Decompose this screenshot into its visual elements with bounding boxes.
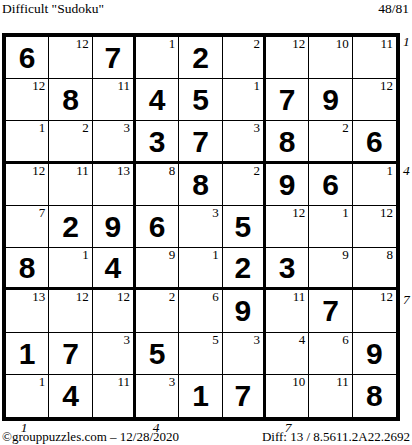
cell-value: 5 <box>149 339 166 369</box>
cell-r3c7[interactable]: 8 <box>266 121 309 163</box>
cell-value: 5 <box>234 212 251 242</box>
pencil-mark: 12 <box>292 37 305 51</box>
cell-value: 2 <box>234 253 251 283</box>
difficulty-code: Diff: 13 / 8.5611.2A22.2692 <box>262 429 410 445</box>
cell-r5c4[interactable]: 6 <box>136 206 179 248</box>
pencil-mark: 1 <box>39 375 46 389</box>
pencil-mark: 10 <box>292 375 305 389</box>
pencil-mark: 1 <box>253 79 260 93</box>
cell-r8c5[interactable]: 5 <box>179 333 222 375</box>
pencil-mark: 13 <box>32 290 45 304</box>
cell-r8c1[interactable]: 1 <box>6 333 49 375</box>
cell-r8c4[interactable]: 5 <box>136 333 179 375</box>
cell-r6c2[interactable]: 1 <box>49 248 92 290</box>
pencil-mark: 12 <box>32 164 45 178</box>
pencil-mark: 12 <box>76 37 89 51</box>
cell-r2c6[interactable]: 1 <box>223 79 266 121</box>
cell-r6c7[interactable]: 3 <box>266 248 309 290</box>
cell-r7c3[interactable]: 12 <box>93 290 136 332</box>
pencil-mark: 2 <box>169 290 176 304</box>
cell-r9c2[interactable]: 4 <box>49 375 92 417</box>
cell-r4c2[interactable]: 11 <box>49 164 92 206</box>
cell-r7c2[interactable]: 12 <box>49 290 92 332</box>
cell-r7c5[interactable]: 6 <box>179 290 222 332</box>
cell-r9c3[interactable]: 11 <box>93 375 136 417</box>
cell-value: 7 <box>234 381 251 411</box>
cell-r3c6[interactable]: 3 <box>223 121 266 163</box>
cell-r3c4[interactable]: 3 <box>136 121 179 163</box>
cell-r4c1[interactable]: 12 <box>6 164 49 206</box>
cell-r6c4[interactable]: 9 <box>136 248 179 290</box>
cell-r6c3[interactable]: 4 <box>93 248 136 290</box>
cell-r4c9[interactable]: 1 <box>353 164 396 206</box>
cell-value: 6 <box>149 212 166 242</box>
pencil-mark: 1 <box>39 121 46 135</box>
cell-value: 1 <box>19 339 36 369</box>
pencil-mark: 10 <box>336 37 349 51</box>
cell-value: 2 <box>62 212 79 242</box>
pencil-mark: 11 <box>336 375 349 389</box>
cell-r6c8[interactable]: 9 <box>309 248 352 290</box>
cell-value: 8 <box>192 170 209 200</box>
cell-r3c9[interactable]: 6 <box>353 121 396 163</box>
cell-value: 7 <box>322 296 339 326</box>
row-label-1: 1 <box>403 35 410 49</box>
cell-r5c5[interactable]: 3 <box>179 206 222 248</box>
pencil-mark: 6 <box>342 333 349 347</box>
cell-value: 4 <box>62 381 79 411</box>
cell-value: 9 <box>234 296 251 326</box>
cell-r2c9[interactable]: 12 <box>353 79 396 121</box>
pencil-mark: 3 <box>253 333 260 347</box>
pencil-mark: 1 <box>386 164 393 178</box>
cell-r9c7[interactable]: 10 <box>266 375 309 417</box>
cell-r1c5[interactable]: 2 <box>179 37 222 79</box>
cell-r9c5[interactable]: 1 <box>179 375 222 417</box>
cell-value: 8 <box>279 127 296 157</box>
pencil-mark: 12 <box>32 79 45 93</box>
cell-r2c8[interactable]: 9 <box>309 79 352 121</box>
cell-value: 7 <box>62 339 79 369</box>
cell-r5c3[interactable]: 9 <box>93 206 136 248</box>
pencil-mark: 12 <box>117 290 130 304</box>
cell-r5c8[interactable]: 1 <box>309 206 352 248</box>
cell-value: 2 <box>192 43 209 73</box>
pencil-mark: 3 <box>253 121 260 135</box>
pencil-mark: 8 <box>386 248 393 262</box>
pencil-mark: 13 <box>117 164 130 178</box>
cell-r2c5[interactable]: 5 <box>179 79 222 121</box>
pencil-mark: 3 <box>212 206 219 220</box>
cell-value: 5 <box>192 85 209 115</box>
row-label-4: 4 <box>403 164 410 178</box>
cell-r6c5[interactable]: 1 <box>179 248 222 290</box>
pencil-mark: 11 <box>76 164 89 178</box>
cell-r9c9[interactable]: 8 <box>353 375 396 417</box>
cell-value: 3 <box>279 253 296 283</box>
cell-r4c6[interactable]: 2 <box>223 164 266 206</box>
cell-value: 8 <box>62 85 79 115</box>
cell-value: 7 <box>104 43 121 73</box>
cell-r4c3[interactable]: 13 <box>93 164 136 206</box>
cell-r9c8[interactable]: 11 <box>309 375 352 417</box>
pencil-mark: 2 <box>253 37 260 51</box>
cell-r7c4[interactable]: 2 <box>136 290 179 332</box>
cell-r6c9[interactable]: 8 <box>353 248 396 290</box>
cell-r9c6[interactable]: 7 <box>223 375 266 417</box>
cell-r8c9[interactable]: 9 <box>353 333 396 375</box>
cell-r2c7[interactable]: 7 <box>266 79 309 121</box>
cell-r2c1[interactable]: 12 <box>6 79 49 121</box>
cell-r2c2[interactable]: 8 <box>49 79 92 121</box>
pencil-mark: 9 <box>169 248 176 262</box>
cell-value: 7 <box>279 85 296 115</box>
cell-r4c4[interactable]: 8 <box>136 164 179 206</box>
pencil-mark: 5 <box>212 333 219 347</box>
cell-r4c8[interactable]: 6 <box>309 164 352 206</box>
cell-r9c1[interactable]: 1 <box>6 375 49 417</box>
pencil-mark: 9 <box>342 248 349 262</box>
cell-r1c2[interactable]: 12 <box>49 37 92 79</box>
pencil-mark: 7 <box>39 206 46 220</box>
cell-value: 6 <box>366 127 383 157</box>
cell-value: 6 <box>19 43 36 73</box>
cell-r7c9[interactable]: 12 <box>353 290 396 332</box>
cell-value: 9 <box>104 212 121 242</box>
cell-r8c6[interactable]: 3 <box>223 333 266 375</box>
cell-value: 1 <box>192 381 209 411</box>
cell-value: 9 <box>322 85 339 115</box>
cell-value: 8 <box>19 253 36 283</box>
cell-r3c8[interactable]: 2 <box>309 121 352 163</box>
cell-r1c3[interactable]: 7 <box>93 37 136 79</box>
pencil-mark: 11 <box>293 290 306 304</box>
pencil-mark: 11 <box>117 79 130 93</box>
pencil-mark: 1 <box>169 37 176 51</box>
cell-value: 6 <box>322 170 339 200</box>
cell-r3c2[interactable]: 2 <box>49 121 92 163</box>
cell-r3c3[interactable]: 3 <box>93 121 136 163</box>
pencil-mark: 2 <box>82 121 89 135</box>
cell-value: 9 <box>366 339 383 369</box>
cell-r8c2[interactable]: 7 <box>49 333 92 375</box>
cell-r3c5[interactable]: 7 <box>179 121 222 163</box>
pencil-mark: 6 <box>212 290 219 304</box>
cell-value: 9 <box>279 170 296 200</box>
puzzle-title: Difficult "Sudoku" <box>2 1 104 17</box>
pencil-mark: 2 <box>253 164 260 178</box>
cell-r2c3[interactable]: 11 <box>93 79 136 121</box>
cell-value: 7 <box>192 127 209 157</box>
cell-r7c1[interactable]: 13 <box>6 290 49 332</box>
cell-r7c8[interactable]: 7 <box>309 290 352 332</box>
pencil-mark: 12 <box>292 206 305 220</box>
cell-r1c6[interactable]: 2 <box>223 37 266 79</box>
cell-r5c6[interactable]: 5 <box>223 206 266 248</box>
cell-r5c7[interactable]: 12 <box>266 206 309 248</box>
cell-r2c4[interactable]: 4 <box>136 79 179 121</box>
cell-value: 8 <box>366 381 383 411</box>
pencil-mark: 1 <box>342 206 349 220</box>
pencil-mark: 1 <box>212 248 219 262</box>
cell-r5c2[interactable]: 2 <box>49 206 92 248</box>
cell-r1c7[interactable]: 12 <box>266 37 309 79</box>
pencil-mark: 4 <box>299 333 306 347</box>
cell-r3c1[interactable]: 1 <box>6 121 49 163</box>
row-label-7: 7 <box>403 293 410 307</box>
pencil-mark: 3 <box>169 375 176 389</box>
cell-r1c9[interactable]: 11 <box>353 37 396 79</box>
cell-r9c4[interactable]: 3 <box>136 375 179 417</box>
cell-r4c5[interactable]: 8 <box>179 164 222 206</box>
pencil-mark: 3 <box>123 333 130 347</box>
cell-r1c4[interactable]: 1 <box>136 37 179 79</box>
cell-r1c8[interactable]: 10 <box>309 37 352 79</box>
copyright-text: ©grouppuzzles.com – 12/28/2020 <box>2 429 179 445</box>
cell-r8c8[interactable]: 6 <box>309 333 352 375</box>
pencil-mark: 3 <box>123 121 130 135</box>
cell-counter: 48/81 <box>378 1 409 17</box>
pencil-mark: 12 <box>76 290 89 304</box>
pencil-mark: 12 <box>380 206 393 220</box>
pencil-mark: 12 <box>380 290 393 304</box>
cell-r6c1[interactable]: 8 <box>6 248 49 290</box>
cell-r8c7[interactable]: 4 <box>266 333 309 375</box>
pencil-mark: 12 <box>380 79 393 93</box>
cell-r6c6[interactable]: 2 <box>223 248 266 290</box>
pencil-mark: 1 <box>82 248 89 262</box>
cell-value: 3 <box>149 127 166 157</box>
cell-r5c1[interactable]: 7 <box>6 206 49 248</box>
pencil-mark: 2 <box>342 121 349 135</box>
cell-r8c3[interactable]: 3 <box>93 333 136 375</box>
cell-r7c7[interactable]: 11 <box>266 290 309 332</box>
pencil-mark: 11 <box>117 375 130 389</box>
cell-r4c7[interactable]: 9 <box>266 164 309 206</box>
cell-value: 4 <box>104 253 121 283</box>
cell-r7c6[interactable]: 9 <box>223 290 266 332</box>
cell-value: 4 <box>149 85 166 115</box>
sudoku-board: 6127122121011128114517912123373826121113… <box>2 33 400 421</box>
pencil-mark: 11 <box>380 37 393 51</box>
cell-r1c1[interactable]: 6 <box>6 37 49 79</box>
pencil-mark: 8 <box>169 164 176 178</box>
cell-r5c9[interactable]: 12 <box>353 206 396 248</box>
